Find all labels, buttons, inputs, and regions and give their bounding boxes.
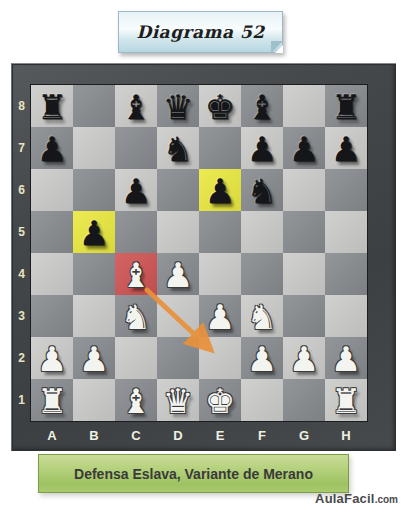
piece-white-pawn-d4: ♟ [157,253,199,295]
caption-banner: Defensa Eslava, Variante de Merano [38,454,349,493]
square-c2 [115,337,157,379]
square-g2: ♟ [283,337,325,379]
square-d1: ♛ [157,379,199,421]
rank-labels: 87654321 [12,85,31,421]
file-label-a: A [31,421,73,451]
file-label-e: E [199,421,241,451]
square-e1: ♚ [199,379,241,421]
board-grid: ♜♝♛♚♝♜♟♞♟♟♟♟♟♞♟♝♟♞♟♞♟♟♟♟♟♜♝♛♚♜ [31,85,367,421]
diagram-title: Diagrama 52 [136,22,264,42]
file-labels: ABCDEFGH [31,421,367,451]
square-h2: ♟ [325,337,367,379]
square-e5 [199,211,241,253]
square-a8: ♜ [31,85,73,127]
rank-label-5: 5 [12,211,31,253]
square-g4 [283,253,325,295]
square-f2: ♟ [241,337,283,379]
piece-black-pawn-g7: ♟ [283,127,325,169]
rank-label-4: 4 [12,253,31,295]
piece-white-bishop-c4: ♝ [115,253,157,295]
square-d2 [157,337,199,379]
watermark-name: AulaFacil [315,491,375,506]
piece-black-pawn-e6: ♟ [199,169,241,211]
square-a7: ♟ [31,127,73,169]
piece-black-pawn-f7: ♟ [241,127,283,169]
square-g3 [283,295,325,337]
file-label-f: F [241,421,283,451]
file-label-c: C [115,421,157,451]
piece-white-knight-c3: ♞ [115,295,157,337]
square-h5 [325,211,367,253]
square-g7: ♟ [283,127,325,169]
piece-black-bishop-c8: ♝ [115,85,157,127]
square-a4 [31,253,73,295]
square-h3 [325,295,367,337]
square-d4: ♟ [157,253,199,295]
square-c3: ♞ [115,295,157,337]
square-h8: ♜ [325,85,367,127]
piece-white-pawn-a2: ♟ [31,337,73,379]
square-d5 [157,211,199,253]
watermark: AulaFacil.com [315,489,398,507]
piece-white-pawn-b2: ♟ [73,337,115,379]
square-c6: ♟ [115,169,157,211]
piece-white-bishop-c1: ♝ [115,379,157,421]
piece-black-knight-f6: ♞ [241,169,283,211]
square-c4: ♝ [115,253,157,295]
rank-label-6: 6 [12,169,31,211]
piece-black-pawn-h7: ♟ [325,127,367,169]
piece-black-bishop-f8: ♝ [241,85,283,127]
square-f3: ♞ [241,295,283,337]
piece-white-knight-f3: ♞ [241,295,283,337]
piece-black-queen-d8: ♛ [157,85,199,127]
square-e3: ♟ [199,295,241,337]
square-a2: ♟ [31,337,73,379]
square-g5 [283,211,325,253]
square-h1: ♜ [325,379,367,421]
square-e6: ♟ [199,169,241,211]
watermark-tld: .com [375,494,398,505]
piece-white-pawn-e3: ♟ [199,295,241,337]
square-g1 [283,379,325,421]
square-a1: ♜ [31,379,73,421]
rank-label-2: 2 [12,337,31,379]
square-b8 [73,85,115,127]
square-f6: ♞ [241,169,283,211]
piece-black-pawn-b5: ♟ [73,211,115,253]
square-h7: ♟ [325,127,367,169]
title-banner: Diagrama 52 [118,11,283,53]
square-a3 [31,295,73,337]
piece-white-pawn-g2: ♟ [283,337,325,379]
file-label-h: H [325,421,367,451]
file-label-b: B [73,421,115,451]
square-f5 [241,211,283,253]
piece-black-rook-h8: ♜ [325,85,367,127]
rank-label-3: 3 [12,295,31,337]
piece-white-pawn-h2: ♟ [325,337,367,379]
square-d6 [157,169,199,211]
square-e4 [199,253,241,295]
square-c1: ♝ [115,379,157,421]
square-f7: ♟ [241,127,283,169]
square-b3 [73,295,115,337]
square-d3 [157,295,199,337]
square-h6 [325,169,367,211]
rank-label-7: 7 [12,127,31,169]
square-b6 [73,169,115,211]
square-a5 [31,211,73,253]
square-b5: ♟ [73,211,115,253]
square-b1 [73,379,115,421]
piece-black-pawn-a7: ♟ [31,127,73,169]
square-d7: ♞ [157,127,199,169]
piece-white-rook-h1: ♜ [325,379,367,421]
square-f8: ♝ [241,85,283,127]
square-e8: ♚ [199,85,241,127]
square-c5 [115,211,157,253]
square-h4 [325,253,367,295]
piece-black-king-e8: ♚ [199,85,241,127]
square-a6 [31,169,73,211]
file-label-g: G [283,421,325,451]
board-frame: 87654321 ♜♝♛♚♝♜♟♞♟♟♟♟♟♞♟♝♟♞♟♞♟♟♟♟♟♜♝♛♚♜ … [11,63,396,451]
square-d8: ♛ [157,85,199,127]
square-b4 [73,253,115,295]
piece-black-knight-d7: ♞ [157,127,199,169]
piece-white-queen-d1: ♛ [157,379,199,421]
square-g6 [283,169,325,211]
rank-label-1: 1 [12,379,31,421]
page: Diagrama 52 87654321 ♜♝♛♚♝♜♟♞♟♟♟♟♟♞♟♝♟♞♟… [0,0,404,507]
rank-label-8: 8 [12,85,31,127]
square-e7 [199,127,241,169]
square-c7 [115,127,157,169]
square-g8 [283,85,325,127]
piece-black-rook-a8: ♜ [31,85,73,127]
opening-caption: Defensa Eslava, Variante de Merano [74,466,313,482]
file-label-d: D [157,421,199,451]
square-e2 [199,337,241,379]
square-c8: ♝ [115,85,157,127]
piece-white-king-e1: ♚ [199,379,241,421]
square-f1 [241,379,283,421]
piece-white-pawn-f2: ♟ [241,337,283,379]
square-f4 [241,253,283,295]
square-b7 [73,127,115,169]
piece-white-rook-a1: ♜ [31,379,73,421]
piece-black-pawn-c6: ♟ [115,169,157,211]
square-b2: ♟ [73,337,115,379]
